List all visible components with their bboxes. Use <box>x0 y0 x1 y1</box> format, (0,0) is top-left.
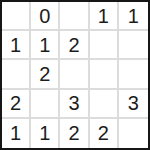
puzzle-cell-clue: 2 <box>60 31 89 60</box>
puzzle-cell-empty[interactable] <box>119 60 148 89</box>
puzzle-cell-empty[interactable] <box>90 60 119 89</box>
puzzle-cell-empty[interactable] <box>31 90 60 119</box>
puzzle-cell-empty[interactable] <box>90 31 119 60</box>
puzzle-cell-clue: 1 <box>2 119 31 148</box>
puzzle-cell-clue: 2 <box>90 119 119 148</box>
puzzle-cell-clue: 1 <box>90 2 119 31</box>
puzzle-cell-clue: 1 <box>119 2 148 31</box>
puzzle-cell-empty[interactable] <box>90 90 119 119</box>
puzzle-cell-empty[interactable] <box>2 60 31 89</box>
puzzle-cell-clue: 1 <box>2 31 31 60</box>
puzzle-cell-clue: 1 <box>31 31 60 60</box>
puzzle-cell-empty[interactable] <box>119 31 148 60</box>
puzzle-cell-clue: 3 <box>119 90 148 119</box>
puzzle-cell-empty[interactable] <box>119 119 148 148</box>
puzzle-cell-clue: 1 <box>31 119 60 148</box>
puzzle-cell-clue: 0 <box>31 2 60 31</box>
puzzle-cell-clue: 2 <box>31 60 60 89</box>
puzzle-cell-clue: 2 <box>2 90 31 119</box>
puzzle-cell-empty[interactable] <box>2 2 31 31</box>
puzzle-board: 01111222331122 <box>0 0 150 150</box>
puzzle-cell-clue: 2 <box>60 119 89 148</box>
puzzle-page: 01111222331122 <box>0 0 150 150</box>
puzzle-cell-clue: 3 <box>60 90 89 119</box>
puzzle-cell-empty[interactable] <box>60 60 89 89</box>
puzzle-cell-empty[interactable] <box>60 2 89 31</box>
